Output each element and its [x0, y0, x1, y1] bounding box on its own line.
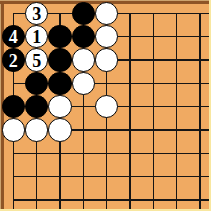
move-number-label: 5 [32, 51, 41, 70]
stone-black-move-4: 4 [2, 25, 26, 49]
stone-black [72, 25, 96, 49]
board-cut-edge-bottom [0, 209, 211, 212]
stone-white [95, 48, 119, 72]
board-cut-edge-right [209, 0, 212, 211]
stone-white-move-3: 3 [25, 2, 49, 26]
grid-line-v-8 [176, 13, 178, 209]
stone-white [95, 25, 119, 49]
stone-black-move-2: 2 [2, 48, 26, 72]
grid-line-h-7 [13, 153, 209, 155]
stone-black [72, 2, 96, 26]
stone-white-move-1: 1 [25, 25, 49, 49]
stone-white-move-5: 5 [25, 48, 49, 72]
stone-white [95, 95, 119, 119]
stone-white [48, 95, 72, 119]
stone-white [2, 118, 26, 142]
stone-black [25, 95, 49, 119]
stone-white [25, 118, 49, 142]
grid-line-v-7 [153, 13, 155, 209]
move-number-label: 3 [32, 4, 41, 23]
move-number-label: 2 [9, 51, 18, 70]
stone-black [48, 48, 72, 72]
grid-line-v-9 [199, 13, 201, 209]
stone-white [72, 48, 96, 72]
stone-black [48, 25, 72, 49]
grid-line-v-6 [129, 13, 131, 209]
stone-white [48, 118, 72, 142]
stone-white [95, 2, 119, 26]
grid-line-h-8 [13, 176, 209, 178]
stone-white [72, 72, 96, 96]
stone-black [25, 72, 49, 96]
grid-line-h-9 [13, 199, 209, 201]
move-number-label: 1 [32, 27, 41, 46]
stone-black [48, 72, 72, 96]
go-diagram: 34125 [0, 0, 211, 211]
move-number-label: 4 [9, 27, 18, 46]
stone-black [2, 95, 26, 119]
